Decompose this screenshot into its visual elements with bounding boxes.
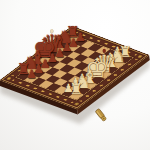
corner-rosette-icon: [137, 55, 143, 58]
brass-clasp-icon: [95, 108, 107, 121]
chess-set-photo: ♜♞♝♛♚♝♞♜♟♟♟♟♟♟♟♟♟♟♟♟♟♟♟♟♜♞♝♛♚♝♞♜: [0, 0, 150, 150]
corner-rosette-icon: [74, 103, 80, 106]
corner-rosette-icon: [5, 77, 11, 80]
